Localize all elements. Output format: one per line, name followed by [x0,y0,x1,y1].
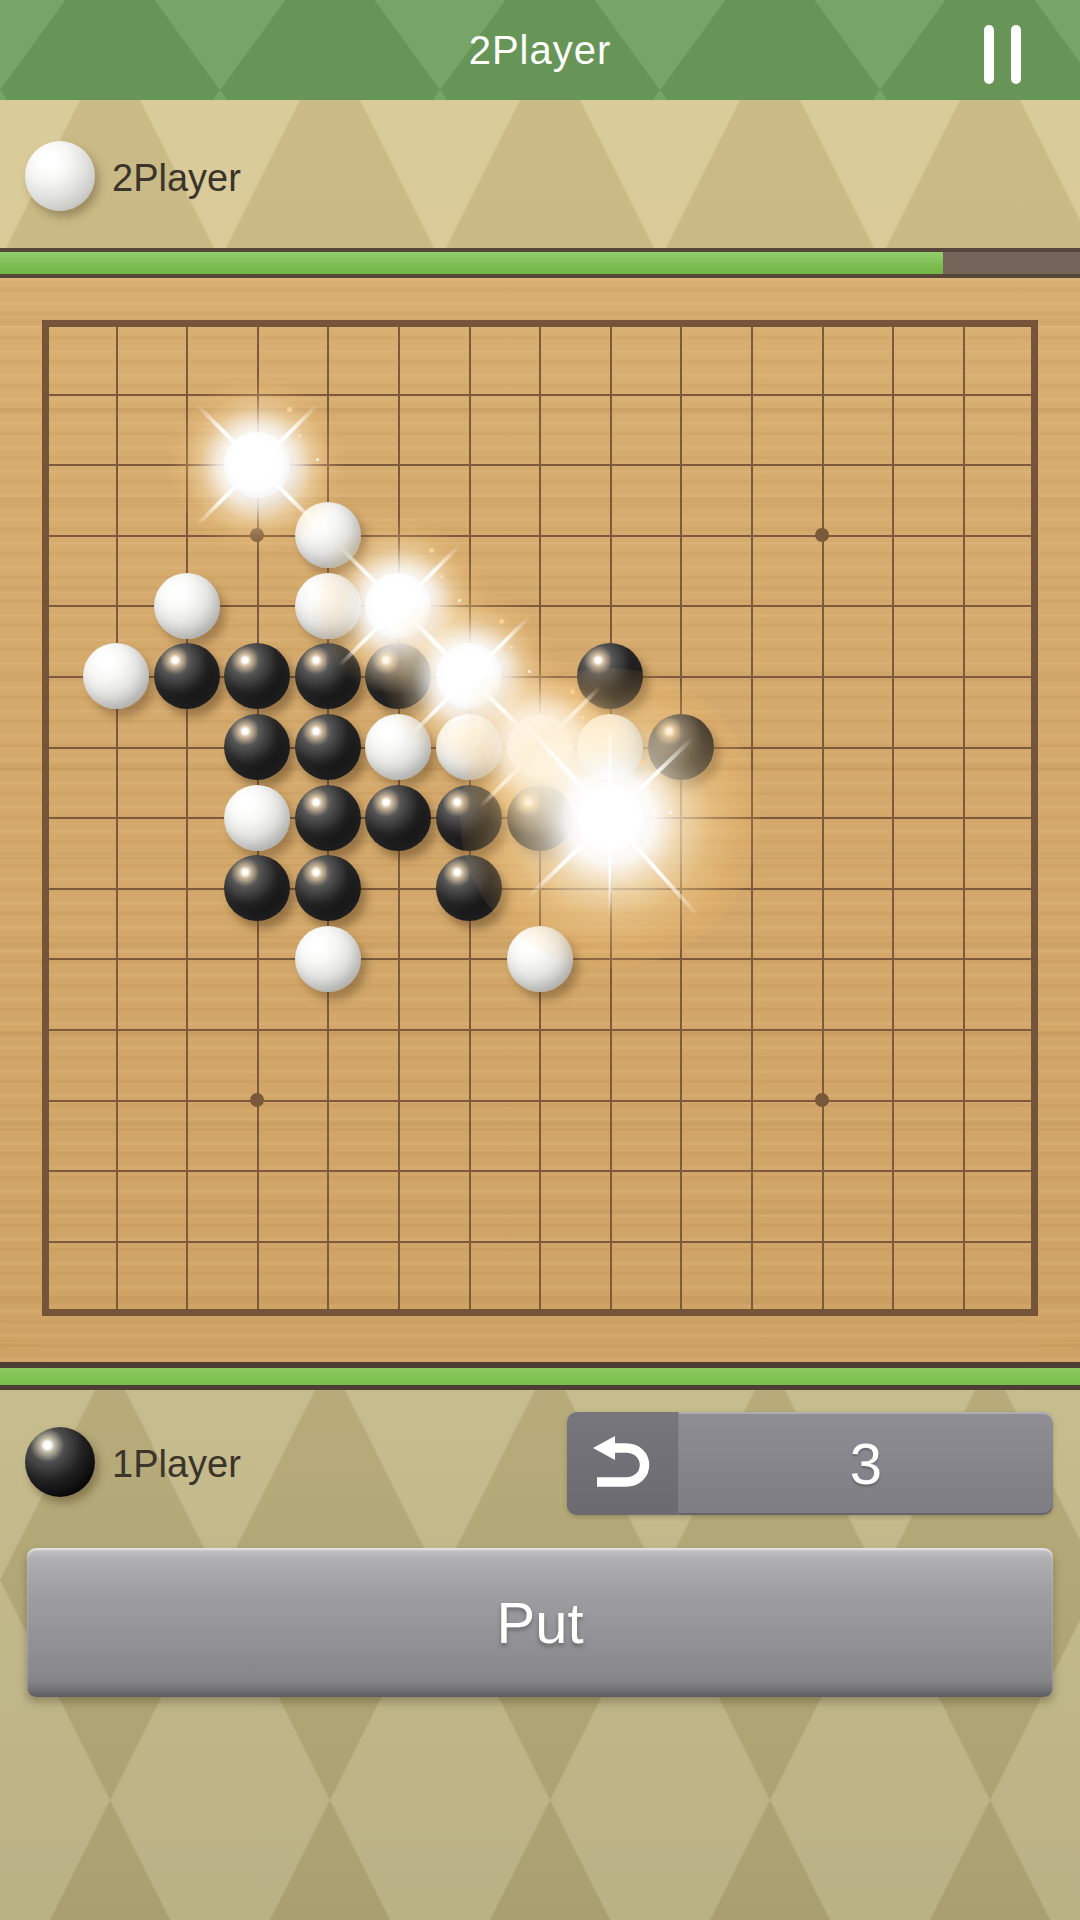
sparkle-dots [399,606,404,611]
sparkle-core [167,375,347,555]
stone-white [224,432,290,498]
stone-black [295,785,361,851]
stone-black [295,643,361,709]
stone-white [365,573,431,639]
timer-remainder [943,252,1080,274]
undo-arrow-icon [585,1433,661,1495]
pause-icon [984,25,994,84]
stone-black [154,643,220,709]
gomoku-app: 2Player 2Player 1Player 3 [0,0,1080,1920]
star-point [815,1093,829,1107]
pause-button[interactable] [972,18,1032,90]
pause-icon [1011,25,1021,84]
sparkle-dots [610,818,615,823]
sparkle-dots [257,465,262,470]
sparkle-ray [196,403,319,526]
header-bar: 2Player [0,0,1080,100]
stone-black [577,643,643,709]
sparkle-ray [408,615,531,738]
last-move-glow-effect [460,668,760,968]
sparkle-ray [337,544,460,667]
stone-white [295,502,361,568]
sparkle-core [309,516,489,696]
divider-dark [0,1385,1080,1390]
stone-black [295,714,361,780]
board-frame [42,320,1038,1316]
stone-black [224,714,290,780]
stone-white [295,926,361,992]
stone-black [507,785,573,851]
turn-timer-bar [0,248,1080,278]
stone-white [577,785,643,851]
win-sparkle-effect [167,375,347,555]
undo-button[interactable] [567,1412,679,1515]
stone-white [83,643,149,709]
player2-name: 2Player [112,157,241,200]
sparkle-core [460,668,760,968]
stone-black [365,643,431,709]
star-point [815,528,829,542]
star-point [250,1093,264,1107]
win-sparkle-effect [309,516,489,696]
stone-white [507,714,573,780]
sparkle-ray [478,686,601,809]
sparkle-ray [478,686,601,809]
stone-black [224,855,290,921]
stone-white [154,573,220,639]
put-button[interactable]: Put [27,1548,1053,1697]
gomoku-board[interactable] [0,278,1080,1362]
star-point [533,811,547,825]
undo-panel: 3 [567,1412,1053,1515]
put-button-label: Put [496,1589,583,1656]
sparkle-ray [520,718,700,918]
stone-black [436,855,502,921]
sparkle-core [450,657,630,837]
sparkle-ray [609,720,612,915]
player2-stone-white [25,141,95,211]
stone-white [365,714,431,780]
timer-fill [0,252,943,274]
stone-black [295,855,361,921]
sparkle-ray [196,403,319,526]
stone-white [436,643,502,709]
divider-green [0,1368,1080,1385]
board-grid-lines [45,323,1036,1314]
stone-grid [10,288,1069,1347]
player1-stone-black [25,1427,95,1497]
sparkle-ray [408,615,531,738]
stone-white [224,785,290,851]
stone-white [295,573,361,639]
stone-white [507,926,573,992]
win-sparkle-effect [450,657,630,837]
stone-black [436,785,502,851]
sparkle-dots [469,677,474,682]
undo-count: 3 [679,1412,1053,1515]
stone-black [224,643,290,709]
player1-name: 1Player [112,1443,241,1486]
stone-black [648,714,714,780]
sparkle-core [379,587,559,767]
star-point [250,528,264,542]
win-sparkle-effect [379,587,559,767]
page-title: 2Player [0,0,1080,100]
stone-white [436,714,502,780]
stone-black [365,785,431,851]
sparkle-dots [540,747,545,752]
win-effects-layer [0,278,1080,1362]
sparkle-ray [337,544,460,667]
sparkle-ray [526,736,694,899]
stone-white [577,714,643,780]
